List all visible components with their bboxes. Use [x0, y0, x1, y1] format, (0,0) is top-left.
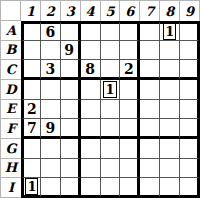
- cell-A6[interactable]: [120, 21, 140, 41]
- cell-F1[interactable]: 7: [21, 119, 41, 139]
- row-label-D: D: [0, 80, 21, 100]
- cell-C3[interactable]: [61, 60, 81, 80]
- cell-D1[interactable]: [21, 80, 41, 100]
- cell-I4[interactable]: [81, 178, 101, 198]
- boxed-digit: 1: [163, 23, 176, 40]
- cell-A7[interactable]: [140, 21, 160, 41]
- cell-D5[interactable]: 1: [101, 80, 121, 100]
- cell-H1[interactable]: [21, 159, 41, 179]
- cell-F7[interactable]: [140, 119, 160, 139]
- row-label-E: E: [0, 100, 21, 120]
- cell-B5[interactable]: [101, 41, 121, 61]
- boxed-digit: 1: [25, 178, 38, 195]
- cell-I3[interactable]: [61, 178, 81, 198]
- cell-F3[interactable]: [61, 119, 81, 139]
- cell-E2[interactable]: [41, 100, 61, 120]
- column-label-6: 6: [120, 0, 140, 21]
- cell-G5[interactable]: [101, 139, 121, 159]
- cell-B2[interactable]: [41, 41, 61, 61]
- cell-G3[interactable]: [61, 139, 81, 159]
- cell-E8[interactable]: [160, 100, 180, 120]
- cell-H5[interactable]: [101, 159, 121, 179]
- given-digit: 6: [45, 24, 55, 40]
- cell-E1[interactable]: 2: [21, 100, 41, 120]
- cell-G1[interactable]: [21, 139, 41, 159]
- cell-E4[interactable]: [81, 100, 101, 120]
- column-label-8: 8: [160, 0, 180, 21]
- row-label-I: I: [0, 178, 21, 198]
- cell-E5[interactable]: [101, 100, 121, 120]
- cell-H4[interactable]: [81, 159, 101, 179]
- boxed-digit: 1: [103, 81, 116, 98]
- cell-D6[interactable]: [120, 80, 140, 100]
- cell-C2[interactable]: 3: [41, 60, 61, 80]
- given-digit: 2: [27, 101, 37, 117]
- cell-F6[interactable]: [120, 119, 140, 139]
- given-digit: 7: [27, 120, 37, 136]
- cell-G2[interactable]: [41, 139, 61, 159]
- given-digit: 3: [45, 61, 55, 77]
- row-label-F: F: [0, 119, 21, 139]
- cell-A1[interactable]: [21, 21, 41, 41]
- cell-I7[interactable]: [140, 178, 160, 198]
- cell-F2[interactable]: 9: [41, 119, 61, 139]
- cell-I6[interactable]: [120, 178, 140, 198]
- cell-E3[interactable]: [61, 100, 81, 120]
- column-label-1: 1: [21, 0, 41, 21]
- cell-B8[interactable]: [160, 41, 180, 61]
- corner-cell: [0, 0, 21, 21]
- column-label-9: 9: [180, 0, 200, 21]
- cell-G7[interactable]: [140, 139, 160, 159]
- row-label-B: B: [0, 41, 21, 61]
- cell-F8[interactable]: [160, 119, 180, 139]
- cell-I1[interactable]: 1: [21, 178, 41, 198]
- cell-H7[interactable]: [140, 159, 160, 179]
- cell-I8[interactable]: [160, 178, 180, 198]
- cell-B9[interactable]: [180, 41, 200, 61]
- cell-C5[interactable]: [101, 60, 121, 80]
- cell-C1[interactable]: [21, 60, 41, 80]
- cell-D8[interactable]: [160, 80, 180, 100]
- cell-H9[interactable]: [180, 159, 200, 179]
- cell-E6[interactable]: [120, 100, 140, 120]
- cell-C6[interactable]: 2: [120, 60, 140, 80]
- cell-G8[interactable]: [160, 139, 180, 159]
- cell-H2[interactable]: [41, 159, 61, 179]
- row-label-C: C: [0, 60, 21, 80]
- given-digit: 9: [45, 120, 55, 136]
- cell-B4[interactable]: [81, 41, 101, 61]
- cell-A8[interactable]: 1: [160, 21, 180, 41]
- cell-C9[interactable]: [180, 60, 200, 80]
- given-digit: 2: [124, 61, 134, 77]
- cell-A3[interactable]: [61, 21, 81, 41]
- cell-F4[interactable]: [81, 119, 101, 139]
- cell-B3[interactable]: 9: [61, 41, 81, 61]
- cell-G4[interactable]: [81, 139, 101, 159]
- cell-F9[interactable]: [180, 119, 200, 139]
- cell-E9[interactable]: [180, 100, 200, 120]
- column-label-4: 4: [81, 0, 101, 21]
- cell-D9[interactable]: [180, 80, 200, 100]
- cell-I5[interactable]: [101, 178, 121, 198]
- cell-A2[interactable]: 6: [41, 21, 61, 41]
- cell-E7[interactable]: [140, 100, 160, 120]
- cell-D7[interactable]: [140, 80, 160, 100]
- column-label-3: 3: [61, 0, 81, 21]
- cell-C4[interactable]: 8: [81, 60, 101, 80]
- cell-G6[interactable]: [120, 139, 140, 159]
- column-label-2: 2: [41, 0, 61, 21]
- cell-A4[interactable]: [81, 21, 101, 41]
- cell-I9[interactable]: [180, 178, 200, 198]
- sudoku-grid: 123456789A61B9C382D1E2F79GHI1: [0, 0, 200, 198]
- column-label-5: 5: [101, 0, 121, 21]
- given-digit: 8: [85, 61, 95, 77]
- cell-H6[interactable]: [120, 159, 140, 179]
- cell-H8[interactable]: [160, 159, 180, 179]
- cell-D3[interactable]: [61, 80, 81, 100]
- cell-C7[interactable]: [140, 60, 160, 80]
- row-label-A: A: [0, 21, 21, 41]
- column-label-7: 7: [140, 0, 160, 21]
- cell-G9[interactable]: [180, 139, 200, 159]
- cell-H3[interactable]: [61, 159, 81, 179]
- cell-D2[interactable]: [41, 80, 61, 100]
- cell-I2[interactable]: [41, 178, 61, 198]
- cell-F5[interactable]: [101, 119, 121, 139]
- cell-D4[interactable]: [81, 80, 101, 100]
- cell-B6[interactable]: [120, 41, 140, 61]
- row-label-G: G: [0, 139, 21, 159]
- sudoku-board: 123456789A61B9C382D1E2F79GHI1: [0, 0, 200, 198]
- cell-B7[interactable]: [140, 41, 160, 61]
- cell-C8[interactable]: [160, 60, 180, 80]
- row-label-H: H: [0, 159, 21, 179]
- cell-A9[interactable]: [180, 21, 200, 41]
- cell-A5[interactable]: [101, 21, 121, 41]
- given-digit: 9: [64, 42, 74, 58]
- cell-B1[interactable]: [21, 41, 41, 61]
